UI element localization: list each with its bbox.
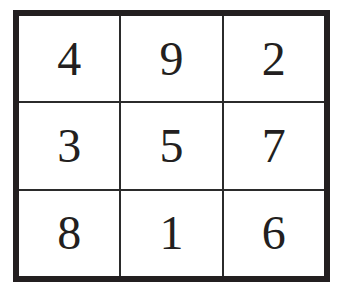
cell-r1c0: 3 xyxy=(19,103,119,188)
magic-square-board: 4 9 2 3 5 7 8 1 6 xyxy=(13,10,330,282)
cell-r0c2: 2 xyxy=(224,16,324,101)
cell-r2c2: 6 xyxy=(224,191,324,276)
cell-r0c0: 4 xyxy=(19,16,119,101)
cell-r2c1: 1 xyxy=(121,191,221,276)
cell-r2c0: 8 xyxy=(19,191,119,276)
cell-r0c1: 9 xyxy=(121,16,221,101)
cell-r1c1: 5 xyxy=(121,103,221,188)
cell-r1c2: 7 xyxy=(224,103,324,188)
magic-square-diagram: 4 9 2 3 5 7 8 1 6 xyxy=(0,0,352,301)
